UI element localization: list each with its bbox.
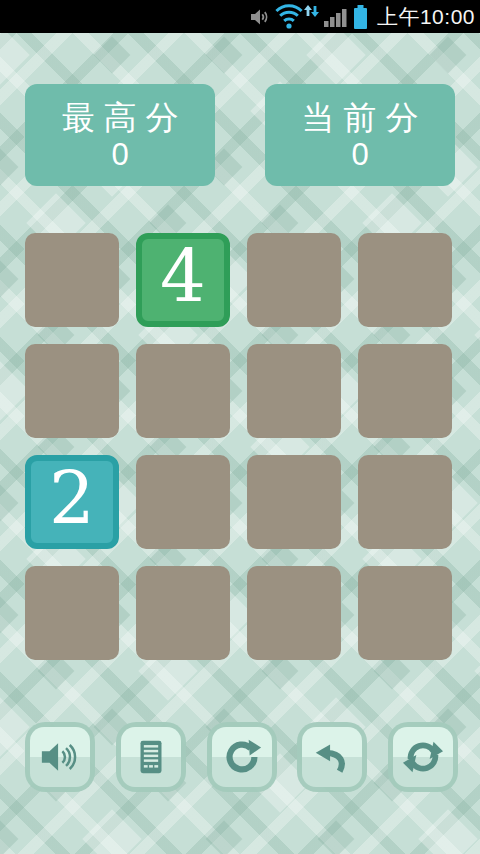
best-score-box: 最高分 0 (25, 84, 215, 186)
score-panel: 最高分 0 当前分 0 (25, 84, 455, 186)
empty-cell (247, 455, 341, 549)
status-time: 上午10:00 (377, 0, 475, 33)
network-activity-icon (304, 5, 319, 17)
tile-4: 4 (136, 233, 230, 327)
status-bar[interactable]: 上午10:00 (0, 0, 480, 33)
restart-button[interactable] (207, 722, 277, 792)
empty-cell (358, 233, 452, 327)
sync-icon (402, 736, 444, 778)
phone-screen: 上午10:00 最高分 0 当前分 0 42 (0, 0, 480, 854)
volume-icon (248, 6, 270, 28)
scoreboard-icon (130, 736, 172, 778)
tile-2: 2 (25, 455, 119, 549)
empty-cell (136, 566, 230, 660)
empty-cell (358, 566, 452, 660)
best-score-label: 最高分 (53, 101, 188, 134)
empty-cell (358, 455, 452, 549)
empty-cell (358, 344, 452, 438)
empty-cell (25, 233, 119, 327)
toolbar (25, 722, 458, 792)
empty-cell (25, 566, 119, 660)
best-score-value: 0 (111, 139, 128, 170)
undo-icon (311, 736, 353, 778)
current-score-label: 当前分 (293, 101, 428, 134)
empty-cell (25, 344, 119, 438)
restart-icon (221, 736, 263, 778)
signal-strength-icon (324, 6, 348, 28)
wifi-icon (275, 4, 319, 30)
empty-cell (247, 233, 341, 327)
empty-cell (247, 566, 341, 660)
empty-cell (136, 455, 230, 549)
empty-cell (136, 344, 230, 438)
new-game-button[interactable] (388, 722, 458, 792)
current-score-value: 0 (351, 139, 368, 170)
game-board[interactable]: 42 (25, 233, 452, 660)
sound-button[interactable] (25, 722, 95, 792)
scores-button[interactable] (116, 722, 186, 792)
battery-icon (353, 5, 368, 29)
undo-button[interactable] (297, 722, 367, 792)
speaker-icon (39, 736, 81, 778)
empty-cell (247, 344, 341, 438)
current-score-box: 当前分 0 (265, 84, 455, 186)
